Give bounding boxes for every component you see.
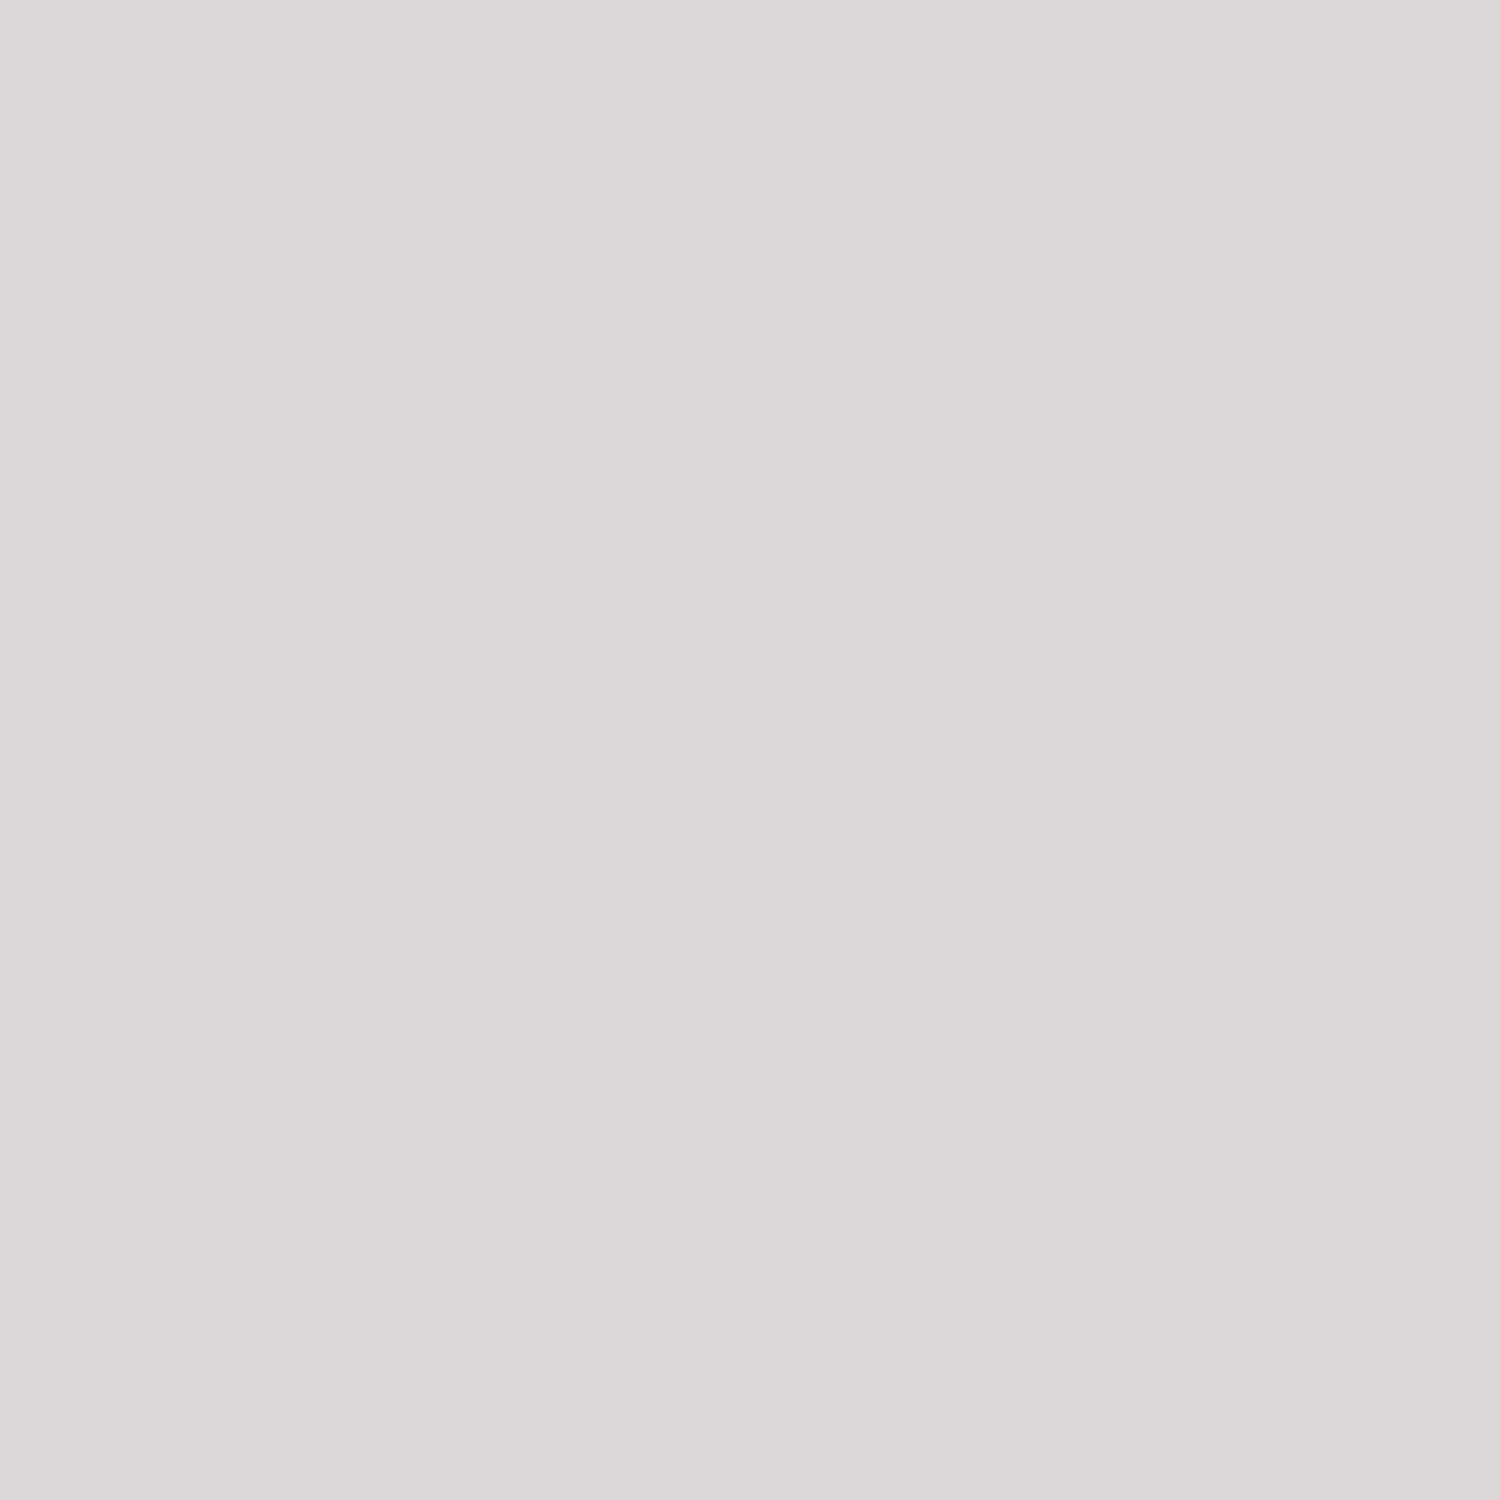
chessboard-scene xyxy=(0,0,1500,1500)
chess-set-photo xyxy=(0,0,1500,1500)
